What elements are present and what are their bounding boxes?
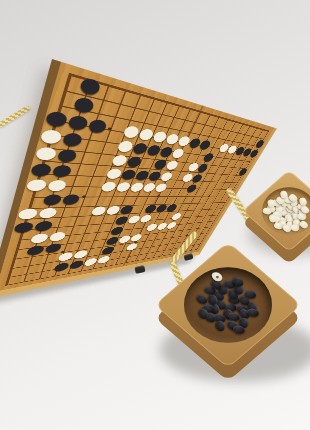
black-stone-in-bowl (215, 320, 226, 332)
white-stone-in-bowl (299, 220, 310, 230)
board-clasp-icon (134, 265, 145, 274)
board-intersection (198, 250, 199, 251)
go-set-photo-scene: ●●●●●●●●●●●●●●●●●●●●●●●●●●●●●●●●●●●●●●●●… (0, 0, 310, 430)
stone-center-dot (215, 275, 219, 279)
cord-segment-top-left (0, 105, 31, 128)
